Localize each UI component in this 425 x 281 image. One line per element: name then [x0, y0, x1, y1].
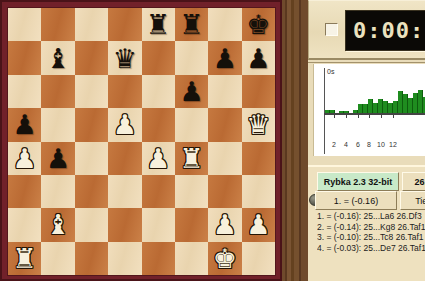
square-c4[interactable] — [75, 142, 108, 175]
square-c7[interactable] — [75, 41, 108, 74]
square-h6[interactable] — [242, 75, 275, 108]
square-g8[interactable] — [208, 8, 241, 41]
white-pawn[interactable]: ♟ — [113, 108, 137, 141]
square-b2[interactable]: ♝ — [41, 208, 74, 241]
square-f8[interactable]: ♜ — [175, 8, 208, 41]
square-d3[interactable] — [108, 175, 141, 208]
square-c5[interactable] — [75, 108, 108, 141]
square-c6[interactable] — [75, 75, 108, 108]
square-e6[interactable] — [142, 75, 175, 108]
square-f7[interactable] — [175, 41, 208, 74]
square-a3[interactable] — [8, 175, 41, 208]
x-axis — [324, 113, 425, 115]
clock-checkbox[interactable] — [325, 23, 338, 36]
square-c2[interactable] — [75, 208, 108, 241]
black-rook[interactable]: ♜ — [146, 8, 170, 41]
square-e8[interactable]: ♜ — [142, 8, 175, 41]
white-bishop[interactable]: ♝ — [46, 208, 70, 241]
analysis-lines: 1. = (-0.16): 25...La6 26.Df3 2. = (-0.1… — [317, 211, 425, 253]
chess-gui-window: ♜♜♚♝♛♟♟♟♟♟♛♟♟♟♜♝♟♟♜♚ 0:00:00 0s 24681012… — [0, 0, 425, 281]
board-frame: ♜♜♚♝♛♟♟♟♟♟♛♟♟♟♜♝♟♟♜♚ — [0, 0, 282, 281]
white-pawn[interactable]: ♟ — [146, 142, 170, 175]
square-f3[interactable] — [175, 175, 208, 208]
black-pawn[interactable]: ♟ — [46, 142, 70, 175]
square-d6[interactable] — [108, 75, 141, 108]
axis-tick-label: 2 — [332, 141, 336, 148]
axis-tick — [358, 115, 359, 118]
depth-cell[interactable]: Tiefe — [400, 191, 425, 210]
square-f2[interactable] — [175, 208, 208, 241]
black-bishop[interactable]: ♝ — [46, 42, 70, 75]
white-king[interactable]: ♚ — [213, 242, 237, 275]
square-d8[interactable] — [108, 8, 141, 41]
square-g6[interactable] — [208, 75, 241, 108]
clock-panel: 0:00:00 — [308, 0, 425, 60]
white-rook[interactable]: ♜ — [13, 242, 37, 275]
axis-tick-label: 6 — [356, 141, 360, 148]
square-f1[interactable] — [175, 242, 208, 275]
right-panel: 0:00:00 0s 24681012 Rybka 2.3 32-bit 26.… — [308, 0, 425, 281]
white-pawn[interactable]: ♟ — [246, 208, 270, 241]
square-h7[interactable]: ♟ — [242, 41, 275, 74]
black-queen[interactable]: ♛ — [113, 42, 137, 75]
square-b4[interactable]: ♟ — [41, 142, 74, 175]
analysis-line: 3. = (-0.10): 25...Tc8 26.Taf1 — [317, 232, 425, 243]
axis-tick-label: 4 — [344, 141, 348, 148]
chess-board[interactable]: ♜♜♚♝♛♟♟♟♟♟♛♟♟♟♜♝♟♟♜♚ — [8, 8, 275, 275]
square-g5[interactable] — [208, 108, 241, 141]
square-g7[interactable]: ♟ — [208, 41, 241, 74]
square-b6[interactable] — [41, 75, 74, 108]
square-a4[interactable]: ♟ — [8, 142, 41, 175]
black-king[interactable]: ♚ — [246, 8, 270, 41]
axis-tick-label: 10 — [377, 141, 385, 148]
axis-tick-label: 12 — [389, 141, 397, 148]
square-e3[interactable] — [142, 175, 175, 208]
engine-name-button[interactable]: Rybka 2.3 32-bit — [317, 172, 399, 191]
axis-tick-label: 8 — [367, 141, 371, 148]
black-rook[interactable]: ♜ — [179, 8, 203, 41]
square-d5[interactable]: ♟ — [108, 108, 141, 141]
square-c1[interactable] — [75, 242, 108, 275]
square-h8[interactable]: ♚ — [242, 8, 275, 41]
square-b8[interactable] — [41, 8, 74, 41]
analysis-line: 2. = (-0.14): 25...Kg8 26.Taf1 — [317, 222, 425, 233]
axis-tick — [334, 115, 335, 118]
square-f6[interactable]: ♟ — [175, 75, 208, 108]
axis-tick — [381, 115, 382, 118]
square-e7[interactable] — [142, 41, 175, 74]
square-g2[interactable]: ♟ — [208, 208, 241, 241]
square-c3[interactable] — [75, 175, 108, 208]
square-e1[interactable] — [142, 242, 175, 275]
white-queen[interactable]: ♛ — [246, 108, 270, 141]
square-h2[interactable]: ♟ — [242, 208, 275, 241]
square-b3[interactable] — [41, 175, 74, 208]
square-d1[interactable] — [108, 242, 141, 275]
analysis-line: 4. = (-0.03): 25...De7 26.Taf1 — [317, 243, 425, 254]
square-h5[interactable]: ♛ — [242, 108, 275, 141]
histogram-annotation: 0s — [327, 68, 334, 75]
square-h3[interactable] — [242, 175, 275, 208]
engine-analysis-panel: Rybka 2.3 32-bit 26...T 1. = (-0.16) Tie… — [308, 165, 425, 281]
square-g4[interactable] — [208, 142, 241, 175]
square-e4[interactable]: ♟ — [142, 142, 175, 175]
histogram-bar — [344, 111, 349, 113]
square-d4[interactable] — [108, 142, 141, 175]
white-pawn[interactable]: ♟ — [213, 208, 237, 241]
square-g3[interactable] — [208, 175, 241, 208]
square-b1[interactable] — [41, 242, 74, 275]
graph-panel: 0s 24681012 — [308, 62, 425, 161]
square-a5[interactable]: ♟ — [8, 108, 41, 141]
histogram-bar — [330, 110, 335, 113]
square-b7[interactable]: ♝ — [41, 41, 74, 74]
wood-divider — [282, 0, 308, 281]
eval-button[interactable]: 1. = (-0.16) — [315, 191, 397, 210]
square-f4[interactable]: ♜ — [175, 142, 208, 175]
next-move-cell[interactable]: 26...T — [402, 172, 425, 191]
lcd-clock-display: 0:00:00 — [345, 10, 425, 51]
square-d7[interactable]: ♛ — [108, 41, 141, 74]
white-rook[interactable]: ♜ — [179, 142, 203, 175]
square-b5[interactable] — [41, 108, 74, 141]
square-f5[interactable] — [175, 108, 208, 141]
analysis-line: 1. = (-0.16): 25...La6 26.Df3 — [317, 211, 425, 222]
square-g1[interactable]: ♚ — [208, 242, 241, 275]
square-a8[interactable] — [8, 8, 41, 41]
square-a2[interactable] — [8, 208, 41, 241]
square-h1[interactable] — [242, 242, 275, 275]
clock-time: 0:00:00 — [346, 18, 425, 43]
square-e2[interactable] — [142, 208, 175, 241]
square-c8[interactable] — [75, 8, 108, 41]
axis-tick — [393, 115, 394, 118]
black-pawn[interactable]: ♟ — [13, 108, 37, 141]
axis-tick — [346, 115, 347, 118]
black-pawn[interactable]: ♟ — [179, 75, 203, 108]
black-pawn[interactable]: ♟ — [213, 42, 237, 75]
axis-tick — [369, 115, 370, 118]
square-a7[interactable] — [8, 41, 41, 74]
histogram-plot-area: 0s 24681012 — [313, 64, 425, 156]
square-e5[interactable] — [142, 108, 175, 141]
white-pawn[interactable]: ♟ — [13, 142, 37, 175]
square-h4[interactable] — [242, 142, 275, 175]
black-pawn[interactable]: ♟ — [246, 42, 270, 75]
square-d2[interactable] — [108, 208, 141, 241]
square-a6[interactable] — [8, 75, 41, 108]
eval-histogram-bars — [325, 83, 425, 113]
square-a1[interactable]: ♜ — [8, 242, 41, 275]
